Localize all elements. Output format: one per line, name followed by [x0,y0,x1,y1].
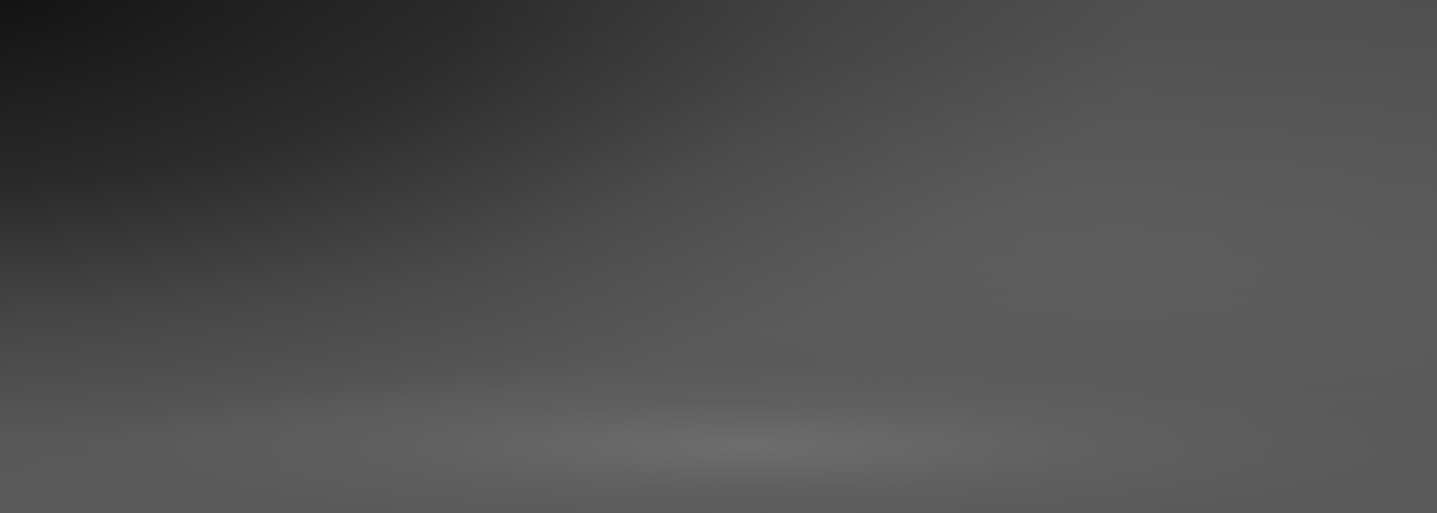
board-right-edge [0,0,10,512]
chess-board [0,0,512,512]
board-near-edge [0,0,512,14]
render-canvas [0,0,1437,513]
chess-scene [0,0,1437,513]
